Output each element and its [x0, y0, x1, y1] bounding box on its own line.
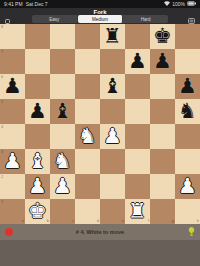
square-c5[interactable]: ♝ [50, 99, 75, 124]
square-c4[interactable] [50, 124, 75, 149]
square-h6[interactable]: ♟ [175, 74, 200, 99]
square-a4[interactable]: 4 [0, 124, 25, 149]
square-f1[interactable]: f♜ [125, 199, 150, 224]
square-b5[interactable]: ♟ [25, 99, 50, 124]
white-knight[interactable]: ♞ [50, 149, 75, 174]
white-pawn[interactable]: ♟ [50, 174, 75, 199]
square-h7[interactable] [175, 49, 200, 74]
lightbulb-icon [188, 223, 195, 241]
white-rook[interactable]: ♜ [125, 199, 150, 224]
black-bishop[interactable]: ♝ [50, 99, 75, 124]
square-g7[interactable]: ♟ [150, 49, 175, 74]
battery-percent: 100% [172, 0, 185, 8]
file-label: h [197, 219, 199, 223]
square-d2[interactable] [75, 174, 100, 199]
file-label: c [72, 219, 74, 223]
square-e5[interactable] [100, 99, 125, 124]
black-pawn[interactable]: ♟ [0, 74, 25, 99]
square-c2[interactable]: ♟ [50, 174, 75, 199]
square-b8[interactable] [25, 24, 50, 49]
move-status-label: # 4. White to move [0, 229, 200, 235]
square-h4[interactable] [175, 124, 200, 149]
square-b4[interactable] [25, 124, 50, 149]
square-c1[interactable]: c [50, 199, 75, 224]
file-label: g [172, 219, 174, 223]
square-a6[interactable]: 6♟ [0, 74, 25, 99]
nav-bar: Fork EasyMediumHard [0, 8, 200, 24]
chess-board[interactable]: 8♜♚7♟♟6♟♝♟5♟♝♞4♞♟3♟♝♞2♟♟♟1ab♚cdef♜gh [0, 24, 200, 224]
black-pawn[interactable]: ♟ [175, 74, 200, 99]
square-b2[interactable]: ♟ [25, 174, 50, 199]
square-g1[interactable]: g [150, 199, 175, 224]
square-d6[interactable] [75, 74, 100, 99]
square-g4[interactable] [150, 124, 175, 149]
square-f3[interactable] [125, 149, 150, 174]
black-bishop[interactable]: ♝ [100, 74, 125, 99]
black-pawn[interactable]: ♟ [150, 49, 175, 74]
wifi-icon [164, 0, 170, 8]
black-pawn[interactable]: ♟ [25, 99, 50, 124]
rank-label: 5 [1, 100, 3, 104]
square-h5[interactable]: ♞ [175, 99, 200, 124]
square-g5[interactable] [150, 99, 175, 124]
square-d1[interactable]: d [75, 199, 100, 224]
square-a2[interactable]: 2 [0, 174, 25, 199]
footer-bar: # 4. White to move [0, 224, 200, 240]
square-c6[interactable] [50, 74, 75, 99]
tab-hard[interactable]: Hard [123, 15, 168, 23]
white-pawn[interactable]: ♟ [100, 124, 125, 149]
square-f6[interactable] [125, 74, 150, 99]
square-e8[interactable]: ♜ [100, 24, 125, 49]
square-h8[interactable] [175, 24, 200, 49]
square-f5[interactable] [125, 99, 150, 124]
square-d7[interactable] [75, 49, 100, 74]
rank-label: 7 [1, 50, 3, 54]
square-f7[interactable]: ♟ [125, 49, 150, 74]
square-a3[interactable]: 3♟ [0, 149, 25, 174]
square-g6[interactable] [150, 74, 175, 99]
white-knight[interactable]: ♞ [75, 124, 100, 149]
black-knight[interactable]: ♞ [175, 99, 200, 124]
square-h3[interactable] [175, 149, 200, 174]
tab-easy[interactable]: Easy [32, 15, 78, 23]
square-a8[interactable]: 8 [0, 24, 25, 49]
square-e6[interactable]: ♝ [100, 74, 125, 99]
square-a7[interactable]: 7 [0, 49, 25, 74]
square-f8[interactable] [125, 24, 150, 49]
white-king[interactable]: ♚ [25, 199, 50, 224]
status-bar: 9:41 PMSat Dec 7 100% [0, 0, 200, 8]
white-pawn[interactable]: ♟ [25, 174, 50, 199]
lower-panel [0, 240, 200, 266]
square-d8[interactable] [75, 24, 100, 49]
difficulty-tabs: EasyMediumHard [32, 15, 168, 23]
square-d3[interactable] [75, 149, 100, 174]
square-e2[interactable] [100, 174, 125, 199]
black-rook[interactable]: ♜ [100, 24, 125, 49]
hint-button[interactable] [188, 223, 195, 241]
square-e4[interactable]: ♟ [100, 124, 125, 149]
rank-label: 2 [1, 175, 3, 179]
black-pawn[interactable]: ♟ [125, 49, 150, 74]
square-b7[interactable] [25, 49, 50, 74]
square-c3[interactable]: ♞ [50, 149, 75, 174]
square-e7[interactable] [100, 49, 125, 74]
square-e3[interactable] [100, 149, 125, 174]
white-pawn[interactable]: ♟ [175, 174, 200, 199]
status-time-date: 9:41 PMSat Dec 7 [4, 0, 51, 8]
square-h1[interactable]: h [175, 199, 200, 224]
square-f2[interactable] [125, 174, 150, 199]
square-c7[interactable] [50, 49, 75, 74]
square-d5[interactable] [75, 99, 100, 124]
square-e1[interactable]: e [100, 199, 125, 224]
file-label: d [97, 219, 99, 223]
square-b3[interactable]: ♝ [25, 149, 50, 174]
white-pawn[interactable]: ♟ [0, 149, 25, 174]
square-a5[interactable]: 5 [0, 99, 25, 124]
square-b1[interactable]: b♚ [25, 199, 50, 224]
square-g3[interactable] [150, 149, 175, 174]
square-b6[interactable] [25, 74, 50, 99]
status-time: 9:41 PM [4, 1, 23, 7]
rank-label: 4 [1, 125, 3, 129]
red-circle-icon[interactable] [5, 228, 13, 236]
file-label: a [22, 219, 24, 223]
rank-label: 8 [1, 25, 3, 29]
square-c8[interactable] [50, 24, 75, 49]
white-bishop[interactable]: ♝ [25, 149, 50, 174]
black-king[interactable]: ♚ [150, 24, 175, 49]
square-g8[interactable]: ♚ [150, 24, 175, 49]
square-h2[interactable]: ♟ [175, 174, 200, 199]
square-f4[interactable] [125, 124, 150, 149]
tab-medium[interactable]: Medium [78, 15, 124, 23]
square-a1[interactable]: 1a [0, 199, 25, 224]
rank-label: 1 [1, 200, 3, 204]
battery-icon [187, 0, 196, 8]
square-g2[interactable] [150, 174, 175, 199]
square-d4[interactable]: ♞ [75, 124, 100, 149]
status-date: Sat Dec 7 [26, 1, 48, 7]
file-label: e [122, 219, 124, 223]
